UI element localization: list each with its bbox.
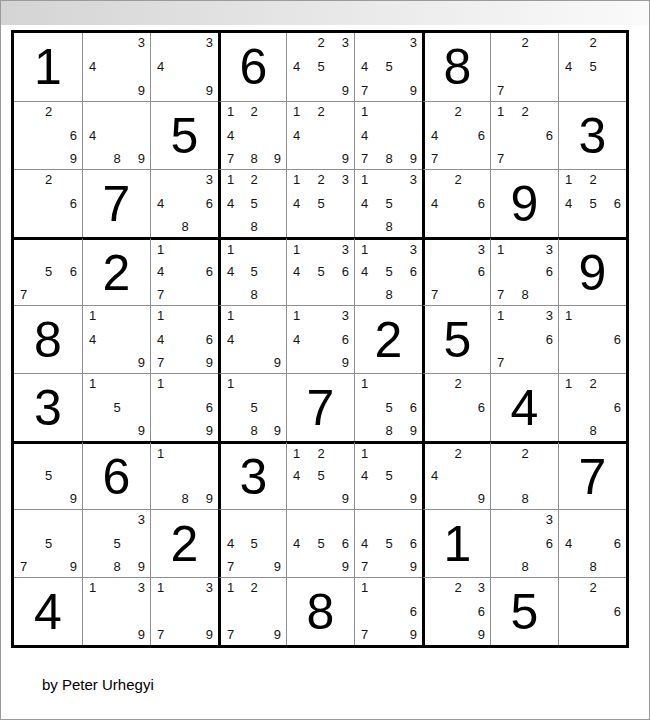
candidate-digit: 4 <box>227 262 245 281</box>
solved-digit: 6 <box>221 33 286 101</box>
cell-r6c6[interactable]: 15689 <box>354 373 422 441</box>
cell-r3c3[interactable]: 3468 <box>150 169 218 237</box>
cell-r8c5[interactable]: 4569 <box>286 509 354 577</box>
solved-digit: 8 <box>425 33 490 101</box>
candidate-digit: 5 <box>380 397 399 417</box>
candidate-digit: 5 <box>380 533 399 553</box>
candidate-grid: 349 <box>83 33 150 101</box>
cell-r5c5[interactable]: 13469 <box>286 305 354 373</box>
candidate-digit: 9 <box>330 349 349 369</box>
candidate-digit: 4 <box>293 329 312 349</box>
candidate-digit: 9 <box>58 486 77 505</box>
candidate-digit: 2 <box>312 36 331 56</box>
candidate-digit: 8 <box>108 553 127 573</box>
cell-r7c2[interactable]: 6 <box>82 441 150 509</box>
solved-digit: 4 <box>491 374 558 441</box>
candidate-digit: 8 <box>584 553 603 573</box>
cell-r8c9[interactable]: 468 <box>558 509 626 577</box>
solved-digit: 1 <box>14 33 82 101</box>
candidate-grid: 349 <box>151 33 218 101</box>
candidate-digit: 9 <box>194 349 213 369</box>
candidate-digit: 4 <box>431 125 449 145</box>
window-header-bar <box>1 1 649 25</box>
credit-text: by Peter Urhegyi <box>42 676 154 693</box>
candidate-digit: 2 <box>39 173 58 193</box>
candidate-digit: 9 <box>398 77 417 97</box>
cell-r2c3[interactable]: 5 <box>150 101 218 169</box>
cell-r5c2[interactable]: 149 <box>82 305 150 373</box>
candidate-grid: 269 <box>14 102 82 169</box>
cell-r4c8[interactable]: 13678 <box>490 237 558 305</box>
candidate-digit: 4 <box>89 56 108 76</box>
cell-r4c1[interactable]: 567 <box>14 237 82 305</box>
candidate-digit: 5 <box>312 56 331 76</box>
cell-r7c1[interactable]: 59 <box>14 441 82 509</box>
candidate-grid: 579 <box>14 510 82 577</box>
candidate-digit: 5 <box>245 193 263 213</box>
candidate-digit: 8 <box>176 213 195 233</box>
solved-digit: 5 <box>151 102 218 169</box>
candidate-digit: 6 <box>602 601 621 621</box>
candidate-digit: 7 <box>431 282 449 301</box>
candidate-grid: 134568 <box>355 240 422 305</box>
cell-r3c4[interactable]: 12458 <box>218 169 286 237</box>
cell-r6c5[interactable]: 7 <box>286 373 354 441</box>
solved-digit: 2 <box>83 240 150 305</box>
candidate-digit: 5 <box>39 466 58 485</box>
candidate-digit: 1 <box>89 581 108 601</box>
cell-r4c3[interactable]: 1467 <box>150 237 218 305</box>
candidate-digit: 2 <box>449 447 467 466</box>
candidate-digit: 9 <box>467 486 485 505</box>
candidate-grid: 1367 <box>491 306 558 373</box>
candidate-digit: 8 <box>516 282 535 301</box>
candidate-digit: 1 <box>565 377 584 397</box>
candidate-digit: 1 <box>497 309 516 329</box>
candidate-digit: 1 <box>157 243 176 262</box>
cell-r6c3[interactable]: 169 <box>150 373 218 441</box>
cell-r4c5[interactable]: 13456 <box>286 237 354 305</box>
candidate-digit: 4 <box>565 193 584 213</box>
candidate-digit: 4 <box>89 125 108 145</box>
candidate-digit: 1 <box>227 173 245 193</box>
solved-digit: 1 <box>425 510 490 577</box>
cell-r1c5[interactable]: 23459 <box>286 33 354 101</box>
candidate-digit: 1 <box>361 173 380 193</box>
candidate-digit: 4 <box>361 193 380 213</box>
cell-r8c2[interactable]: 3589 <box>82 509 150 577</box>
cell-r6c7[interactable]: 26 <box>422 373 490 441</box>
candidate-grid: 1459 <box>355 444 422 509</box>
solved-digit: 2 <box>151 510 218 577</box>
candidate-digit: 9 <box>330 553 349 573</box>
candidate-digit: 3 <box>398 36 417 56</box>
candidate-digit: 2 <box>584 377 603 397</box>
candidate-digit: 1 <box>361 105 380 125</box>
candidate-digit: 6 <box>398 601 417 621</box>
cell-r6c9[interactable]: 1268 <box>558 373 626 441</box>
candidate-grid: 149 <box>83 306 150 373</box>
solved-digit: 3 <box>559 102 626 169</box>
candidate-grid: 1589 <box>221 374 286 441</box>
solved-digit: 8 <box>14 306 82 373</box>
candidate-digit: 6 <box>534 125 553 145</box>
candidate-digit: 6 <box>467 601 485 621</box>
cell-r6c8[interactable]: 4 <box>490 373 558 441</box>
candidate-digit: 5 <box>380 466 399 485</box>
candidate-grid: 16 <box>559 306 626 373</box>
cell-r4c7[interactable]: 367 <box>422 237 490 305</box>
candidate-digit: 6 <box>194 262 213 281</box>
candidate-digit: 7 <box>227 145 245 165</box>
candidate-digit: 8 <box>380 417 399 437</box>
candidate-grid: 23459 <box>287 33 354 101</box>
cell-r1c3[interactable]: 349 <box>150 33 218 101</box>
candidate-digit: 6 <box>467 125 485 145</box>
cell-r2c2[interactable]: 489 <box>82 101 150 169</box>
candidate-digit: 5 <box>312 193 331 213</box>
candidate-grid: 1249 <box>287 102 354 169</box>
cell-r1c8[interactable]: 27 <box>490 33 558 101</box>
cell-r7c9[interactable]: 7 <box>558 441 626 509</box>
candidate-grid: 249 <box>425 444 490 509</box>
candidate-digit: 4 <box>431 466 449 485</box>
candidate-digit: 8 <box>584 417 603 437</box>
candidate-digit: 2 <box>245 173 263 193</box>
candidate-digit: 4 <box>361 262 380 281</box>
cell-r9c1[interactable]: 4 <box>14 577 82 645</box>
candidate-grid: 169 <box>151 374 218 441</box>
candidate-digit: 1 <box>497 243 516 262</box>
candidate-digit: 4 <box>227 193 245 213</box>
candidate-digit: 3 <box>330 243 349 262</box>
cell-r5c4[interactable]: 149 <box>218 305 286 373</box>
candidate-digit: 4 <box>361 533 380 553</box>
cell-r1c9[interactable]: 245 <box>558 33 626 101</box>
candidate-digit: 5 <box>39 533 58 553</box>
candidate-digit: 9 <box>467 621 485 641</box>
candidate-digit: 1 <box>157 581 176 601</box>
candidate-digit: 4 <box>157 56 176 76</box>
candidate-digit: 4 <box>293 466 312 485</box>
candidate-digit: 6 <box>194 193 213 213</box>
cell-r5c8[interactable]: 1367 <box>490 305 558 373</box>
candidate-digit: 1 <box>361 243 380 262</box>
candidate-grid: 4579 <box>221 510 286 577</box>
cell-r8c1[interactable]: 579 <box>14 509 82 577</box>
sudoku-board: 1349349623459345798272452694895124789124… <box>11 30 629 648</box>
candidate-digit: 9 <box>126 417 145 437</box>
cell-r1c4[interactable]: 6 <box>218 33 286 101</box>
candidate-digit: 3 <box>467 581 485 601</box>
candidate-digit: 1 <box>361 447 380 466</box>
candidate-grid: 13678 <box>491 240 558 305</box>
candidate-grid: 139 <box>83 578 150 645</box>
solved-digit: 9 <box>491 170 558 237</box>
cell-r7c6[interactable]: 1459 <box>354 441 422 509</box>
candidate-grid: 367 <box>425 240 490 305</box>
candidate-grid: 1267 <box>491 102 558 169</box>
candidate-grid: 245 <box>559 33 626 101</box>
cell-r8c6[interactable]: 45679 <box>354 509 422 577</box>
candidate-grid: 12459 <box>287 444 354 509</box>
cell-r7c3[interactable]: 189 <box>150 441 218 509</box>
candidate-digit: 9 <box>398 145 417 165</box>
cell-r7c4[interactable]: 3 <box>218 441 286 509</box>
candidate-digit: 4 <box>89 329 108 349</box>
cell-r3c7[interactable]: 246 <box>422 169 490 237</box>
candidate-digit: 1 <box>361 377 380 397</box>
cell-r2c8[interactable]: 1267 <box>490 101 558 169</box>
candidate-digit: 1 <box>227 105 245 125</box>
page-frame: 1349349623459345798272452694895124789124… <box>0 0 650 720</box>
cell-r4c9[interactable]: 9 <box>558 237 626 305</box>
candidate-digit: 9 <box>398 417 417 437</box>
cell-r8c8[interactable]: 368 <box>490 509 558 577</box>
candidate-digit: 7 <box>157 621 176 641</box>
candidate-digit: 9 <box>194 77 213 97</box>
cell-r4c6[interactable]: 134568 <box>354 237 422 305</box>
cell-r3c9[interactable]: 12456 <box>558 169 626 237</box>
cell-r4c4[interactable]: 1458 <box>218 237 286 305</box>
cell-r3c8[interactable]: 9 <box>490 169 558 237</box>
candidate-digit: 6 <box>534 262 553 281</box>
candidate-digit: 9 <box>126 349 145 369</box>
candidate-digit: 8 <box>245 282 263 301</box>
cell-r2c6[interactable]: 14789 <box>354 101 422 169</box>
candidate-digit: 4 <box>293 193 312 213</box>
candidate-digit: 1 <box>361 581 380 601</box>
candidate-grid: 1467 <box>151 240 218 305</box>
cell-r2c7[interactable]: 2467 <box>422 101 490 169</box>
candidate-digit: 4 <box>157 193 176 213</box>
candidate-digit: 2 <box>516 447 535 466</box>
candidate-digit: 1 <box>227 377 245 397</box>
candidate-grid: 468 <box>559 510 626 577</box>
candidate-grid: 12458 <box>221 170 286 237</box>
candidate-digit: 5 <box>584 56 603 76</box>
candidate-digit: 1 <box>157 447 176 466</box>
candidate-digit: 1 <box>565 173 584 193</box>
candidate-digit: 4 <box>361 466 380 485</box>
solved-digit: 3 <box>14 374 82 441</box>
cell-r6c1[interactable]: 3 <box>14 373 82 441</box>
cell-r9c5[interactable]: 8 <box>286 577 354 645</box>
candidate-grid: 13456 <box>287 240 354 305</box>
cell-r3c2[interactable]: 7 <box>82 169 150 237</box>
candidate-digit: 6 <box>330 533 349 553</box>
candidate-digit: 2 <box>312 173 331 193</box>
candidate-digit: 3 <box>194 581 213 601</box>
candidate-digit: 6 <box>58 262 77 281</box>
cell-r5c7[interactable]: 5 <box>422 305 490 373</box>
cell-r1c6[interactable]: 34579 <box>354 33 422 101</box>
candidate-digit: 9 <box>398 486 417 505</box>
cell-r2c9[interactable]: 3 <box>558 101 626 169</box>
candidate-digit: 2 <box>516 105 535 125</box>
candidate-digit: 1 <box>497 105 516 125</box>
candidate-grid: 12345 <box>287 170 354 237</box>
candidate-digit: 6 <box>467 262 485 281</box>
candidate-digit: 4 <box>227 125 245 145</box>
candidate-digit: 2 <box>312 447 331 466</box>
candidate-grid: 567 <box>14 240 82 305</box>
cell-r8c3[interactable]: 2 <box>150 509 218 577</box>
candidate-grid: 246 <box>425 170 490 237</box>
candidate-digit: 3 <box>467 243 485 262</box>
solved-digit: 7 <box>559 444 626 509</box>
candidate-digit: 9 <box>263 417 281 437</box>
candidate-digit: 3 <box>194 36 213 56</box>
candidate-digit: 9 <box>263 621 281 641</box>
candidate-digit: 3 <box>126 581 145 601</box>
cell-r2c1[interactable]: 269 <box>14 101 82 169</box>
cell-r3c6[interactable]: 13458 <box>354 169 422 237</box>
candidate-grid: 15689 <box>355 374 422 441</box>
cell-r7c5[interactable]: 12459 <box>286 441 354 509</box>
candidate-grid: 189 <box>151 444 218 509</box>
candidate-digit: 6 <box>398 397 417 417</box>
solved-digit: 3 <box>221 444 286 509</box>
cell-r5c9[interactable]: 16 <box>558 305 626 373</box>
candidate-digit: 9 <box>398 621 417 641</box>
candidate-digit: 1 <box>293 309 312 329</box>
cell-r1c2[interactable]: 349 <box>82 33 150 101</box>
candidate-digit: 4 <box>565 533 584 553</box>
candidate-grid: 3589 <box>83 510 150 577</box>
candidate-digit: 8 <box>245 417 263 437</box>
cell-r5c1[interactable]: 8 <box>14 305 82 373</box>
cell-r8c4[interactable]: 4579 <box>218 509 286 577</box>
candidate-digit: 2 <box>245 581 263 601</box>
candidate-digit: 6 <box>602 397 621 417</box>
candidate-digit: 5 <box>245 262 263 281</box>
candidate-digit: 5 <box>245 533 263 553</box>
cell-r9c8[interactable]: 5 <box>490 577 558 645</box>
candidate-grid: 27 <box>491 33 558 101</box>
candidate-digit: 5 <box>39 262 58 281</box>
candidate-digit: 5 <box>380 56 399 76</box>
candidate-digit: 1 <box>293 243 312 262</box>
candidate-digit: 6 <box>467 193 485 213</box>
cell-r7c7[interactable]: 249 <box>422 441 490 509</box>
candidate-digit: 7 <box>20 553 39 573</box>
candidate-digit: 3 <box>330 36 349 56</box>
candidate-grid: 1379 <box>151 578 218 645</box>
cell-r9c2[interactable]: 139 <box>82 577 150 645</box>
cell-r2c4[interactable]: 124789 <box>218 101 286 169</box>
candidate-digit: 6 <box>194 397 213 417</box>
candidate-digit: 9 <box>194 621 213 641</box>
candidate-digit: 6 <box>58 193 77 213</box>
candidate-digit: 2 <box>584 173 603 193</box>
candidate-digit: 7 <box>361 77 380 97</box>
candidate-digit: 4 <box>361 125 380 145</box>
cell-r2c5[interactable]: 1249 <box>286 101 354 169</box>
cell-r9c9[interactable]: 26 <box>558 577 626 645</box>
cell-r5c6[interactable]: 2 <box>354 305 422 373</box>
candidate-grid: 13469 <box>287 306 354 373</box>
candidate-grid: 34579 <box>355 33 422 101</box>
candidate-grid: 2369 <box>425 578 490 645</box>
candidate-digit: 4 <box>293 56 312 76</box>
candidate-digit: 7 <box>497 145 516 165</box>
cell-r7c8[interactable]: 28 <box>490 441 558 509</box>
candidate-digit: 7 <box>431 145 449 165</box>
candidate-digit: 9 <box>330 145 349 165</box>
candidate-digit: 6 <box>602 193 621 213</box>
candidate-digit: 7 <box>497 282 516 301</box>
candidate-digit: 9 <box>58 553 77 573</box>
candidate-digit: 1 <box>293 105 312 125</box>
candidate-digit: 1 <box>89 309 108 329</box>
candidate-digit: 9 <box>263 145 281 165</box>
candidate-digit: 1 <box>157 377 176 397</box>
candidate-grid: 4569 <box>287 510 354 577</box>
candidate-digit: 4 <box>157 329 176 349</box>
solved-digit: 7 <box>83 170 150 237</box>
candidate-digit: 8 <box>245 145 263 165</box>
candidate-grid: 1279 <box>221 578 286 645</box>
solved-digit: 5 <box>425 306 490 373</box>
cell-r3c5[interactable]: 12345 <box>286 169 354 237</box>
cell-r3c1[interactable]: 26 <box>14 169 82 237</box>
candidate-grid: 1268 <box>559 374 626 441</box>
cell-r1c7[interactable]: 8 <box>422 33 490 101</box>
candidate-digit: 4 <box>227 329 245 349</box>
candidate-digit: 6 <box>467 397 485 417</box>
cell-r1c1[interactable]: 1 <box>14 33 82 101</box>
cell-r9c6[interactable]: 1679 <box>354 577 422 645</box>
cell-r9c7[interactable]: 2369 <box>422 577 490 645</box>
candidate-digit: 7 <box>497 77 516 97</box>
candidate-grid: 149 <box>221 306 286 373</box>
candidate-digit: 1 <box>89 377 108 397</box>
candidate-digit: 6 <box>534 533 553 553</box>
candidate-digit: 7 <box>361 145 380 165</box>
candidate-digit: 1 <box>293 447 312 466</box>
candidate-digit: 1 <box>565 309 584 329</box>
cell-r6c4[interactable]: 1589 <box>218 373 286 441</box>
candidate-digit: 5 <box>312 533 331 553</box>
candidate-grid: 1458 <box>221 240 286 305</box>
candidate-grid: 26 <box>425 374 490 441</box>
candidate-digit: 8 <box>516 486 535 505</box>
candidate-digit: 4 <box>157 262 176 281</box>
candidate-digit: 6 <box>330 329 349 349</box>
solved-digit: 4 <box>14 578 82 645</box>
candidate-digit: 1 <box>293 173 312 193</box>
candidate-digit: 6 <box>602 329 621 349</box>
cell-r5c3[interactable]: 14679 <box>150 305 218 373</box>
candidate-digit: 9 <box>263 553 281 573</box>
solved-digit: 6 <box>83 444 150 509</box>
candidate-digit: 9 <box>330 486 349 505</box>
cell-r4c2[interactable]: 2 <box>82 237 150 305</box>
candidate-digit: 3 <box>330 309 349 329</box>
cell-r9c4[interactable]: 1279 <box>218 577 286 645</box>
candidate-digit: 7 <box>227 621 245 641</box>
candidate-digit: 8 <box>176 486 195 505</box>
cell-r9c3[interactable]: 1379 <box>150 577 218 645</box>
candidate-grid: 45679 <box>355 510 422 577</box>
candidate-digit: 2 <box>39 105 58 125</box>
candidate-digit: 9 <box>126 145 145 165</box>
candidate-digit: 9 <box>194 417 213 437</box>
cell-r6c2[interactable]: 159 <box>82 373 150 441</box>
candidate-grid: 26 <box>559 578 626 645</box>
cell-r8c7[interactable]: 1 <box>422 509 490 577</box>
